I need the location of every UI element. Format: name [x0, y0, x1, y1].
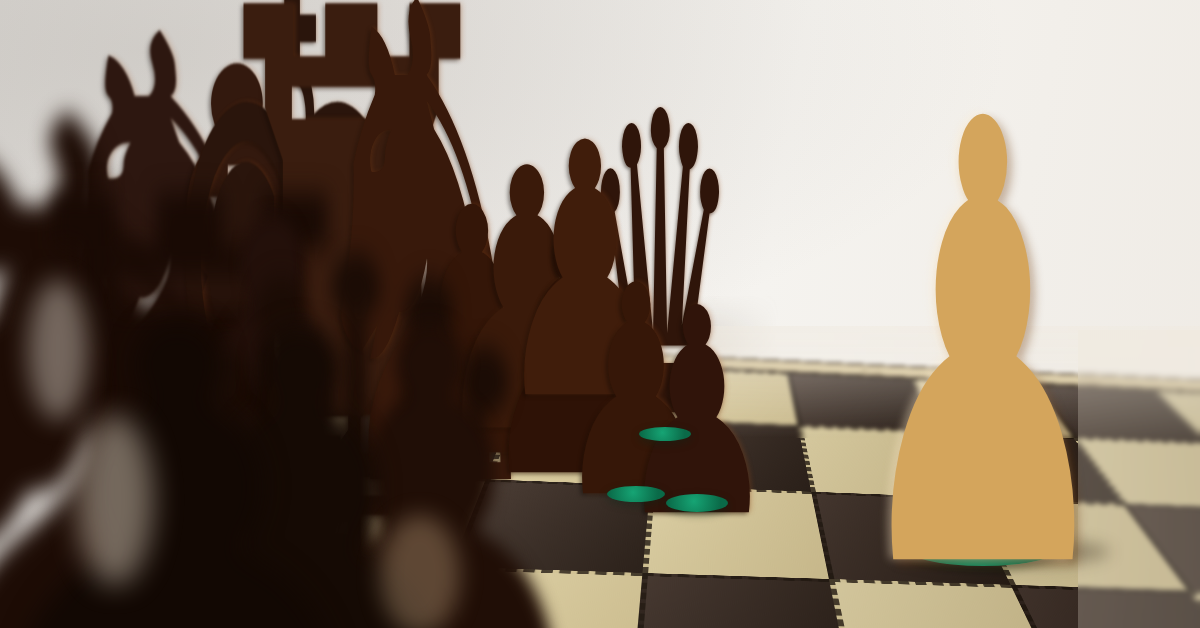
background-gap-highlight: [28, 280, 88, 420]
border-rank-label: 5: [1074, 379, 1109, 385]
border-rank-label: 2: [855, 369, 889, 375]
board-square: [632, 573, 854, 628]
chess-photo-scene: 25 ♞♝♚♜♞♛♟♟♟♟♟♟♟♞♜♝♛♟♟♟: [0, 0, 1200, 628]
board-square: [486, 413, 656, 485]
board-square: [512, 361, 661, 419]
board-square: [650, 419, 811, 491]
board-square: [656, 367, 798, 425]
board-square: [1011, 585, 1200, 628]
board-square: [451, 479, 650, 573]
board-square: [642, 486, 828, 579]
chessboard: 25: [0, 336, 1200, 628]
board-grid: [0, 349, 1200, 628]
